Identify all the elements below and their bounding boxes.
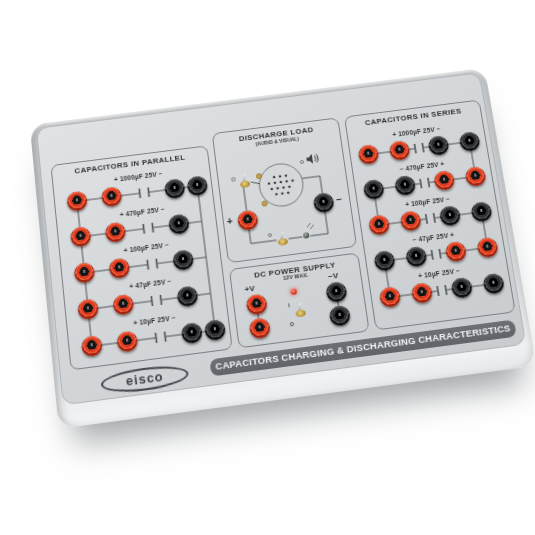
screw-icon bbox=[262, 201, 268, 207]
board-face: CAPACITORS IN PARALLEL + 1000µF 25V −+ 4… bbox=[36, 72, 527, 405]
section-dc-power-supply: DC POWER SUPPLY 12V MAX. +V −V I O bbox=[229, 252, 370, 348]
eisco-logo: eisco bbox=[100, 362, 190, 396]
discharge-top-switch bbox=[237, 174, 252, 189]
brand-name: eisco bbox=[125, 370, 164, 389]
speaker-icon bbox=[305, 152, 322, 165]
positive-rail-label: +V bbox=[244, 284, 255, 294]
minus-label: − bbox=[336, 194, 343, 205]
section-capacitors-in-parallel: CAPACITORS IN PARALLEL + 1000µF 25V −+ 4… bbox=[50, 145, 232, 370]
plus-label: + bbox=[226, 216, 233, 227]
negative-rail-label: −V bbox=[328, 271, 339, 281]
power-switch bbox=[292, 303, 308, 319]
screw-icon bbox=[256, 173, 262, 179]
discharge-bottom-switch bbox=[275, 232, 291, 247]
product-photo: CAPACITORS IN PARALLEL + 1000µF 25V −+ 4… bbox=[0, 0, 535, 535]
switch-off-label: O bbox=[290, 321, 295, 327]
section-capacitors-in-series: CAPACITORS IN SERIES + 1000µF 25V −− 470… bbox=[344, 100, 516, 331]
section-discharge-load: DISCHARGE LOAD (AUDIO & VISUAL) bbox=[212, 117, 357, 263]
trainer-board: CAPACITORS IN PARALLEL + 1000µF 25V −+ 4… bbox=[30, 68, 535, 429]
